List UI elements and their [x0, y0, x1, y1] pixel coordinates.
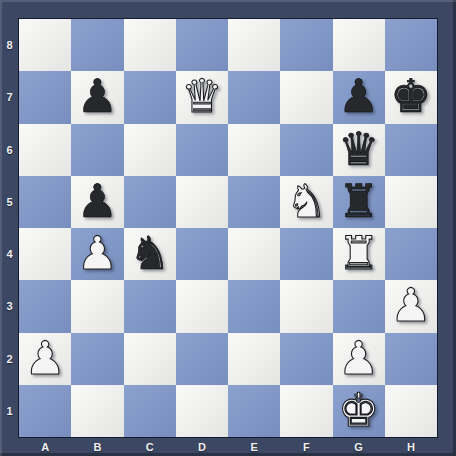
square-g4[interactable]: ♜ [333, 228, 385, 280]
square-e3[interactable] [228, 280, 280, 332]
white-pawn: ♟ [25, 335, 66, 381]
square-g5[interactable]: ♜ [333, 176, 385, 228]
square-c8[interactable] [124, 19, 176, 71]
square-a5[interactable] [19, 176, 71, 228]
chess-board: ♟♛♟♚♛♟♞♜♟♞♜♟♟♟♚ [19, 19, 437, 437]
file-labels: ABCDEFGH [19, 437, 437, 456]
square-h1[interactable] [385, 385, 437, 437]
black-rook: ♜ [338, 178, 379, 224]
square-f4[interactable] [280, 228, 332, 280]
rank-label-5: 5 [0, 176, 19, 228]
black-knight: ♞ [129, 230, 170, 276]
square-e5[interactable] [228, 176, 280, 228]
rank-label-7: 7 [0, 71, 19, 123]
square-h2[interactable] [385, 333, 437, 385]
white-pawn: ♟ [77, 230, 118, 276]
square-d4[interactable] [176, 228, 228, 280]
rank-label-1: 1 [0, 385, 19, 437]
square-e4[interactable] [228, 228, 280, 280]
black-pawn: ♟ [77, 73, 118, 119]
square-b3[interactable] [71, 280, 123, 332]
square-d6[interactable] [176, 124, 228, 176]
square-f5[interactable]: ♞ [280, 176, 332, 228]
square-c2[interactable] [124, 333, 176, 385]
black-pawn: ♟ [77, 178, 118, 224]
white-rook: ♜ [338, 230, 379, 276]
file-label-g: G [333, 437, 385, 456]
rank-label-2: 2 [0, 333, 19, 385]
square-a3[interactable] [19, 280, 71, 332]
square-h7[interactable]: ♚ [385, 71, 437, 123]
square-g6[interactable]: ♛ [333, 124, 385, 176]
square-d1[interactable] [176, 385, 228, 437]
square-e8[interactable] [228, 19, 280, 71]
square-b2[interactable] [71, 333, 123, 385]
square-b7[interactable]: ♟ [71, 71, 123, 123]
file-label-a: A [19, 437, 71, 456]
square-a6[interactable] [19, 124, 71, 176]
square-b6[interactable] [71, 124, 123, 176]
square-d2[interactable] [176, 333, 228, 385]
square-b5[interactable]: ♟ [71, 176, 123, 228]
square-a8[interactable] [19, 19, 71, 71]
square-g2[interactable]: ♟ [333, 333, 385, 385]
square-e2[interactable] [228, 333, 280, 385]
white-queen: ♛ [181, 73, 222, 119]
file-label-h: H [385, 437, 437, 456]
square-c1[interactable] [124, 385, 176, 437]
square-a4[interactable] [19, 228, 71, 280]
square-f7[interactable] [280, 71, 332, 123]
square-d8[interactable] [176, 19, 228, 71]
square-a7[interactable] [19, 71, 71, 123]
square-g1[interactable]: ♚ [333, 385, 385, 437]
white-pawn: ♟ [338, 335, 379, 381]
square-d3[interactable] [176, 280, 228, 332]
square-f2[interactable] [280, 333, 332, 385]
square-g8[interactable] [333, 19, 385, 71]
square-h6[interactable] [385, 124, 437, 176]
rank-label-3: 3 [0, 280, 19, 332]
square-a1[interactable] [19, 385, 71, 437]
square-b8[interactable] [71, 19, 123, 71]
square-f6[interactable] [280, 124, 332, 176]
rank-labels: 87654321 [0, 19, 19, 437]
file-label-e: E [228, 437, 280, 456]
file-label-c: C [124, 437, 176, 456]
white-pawn: ♟ [390, 282, 431, 328]
square-h3[interactable]: ♟ [385, 280, 437, 332]
square-e7[interactable] [228, 71, 280, 123]
square-e6[interactable] [228, 124, 280, 176]
square-d5[interactable] [176, 176, 228, 228]
square-b1[interactable] [71, 385, 123, 437]
white-king: ♚ [338, 387, 379, 433]
square-d7[interactable]: ♛ [176, 71, 228, 123]
square-c4[interactable]: ♞ [124, 228, 176, 280]
rank-label-4: 4 [0, 228, 19, 280]
square-a2[interactable]: ♟ [19, 333, 71, 385]
black-king: ♚ [390, 73, 431, 119]
chess-board-frame: 87654321 ♟♛♟♚♛♟♞♜♟♞♜♟♟♟♚ ABCDEFGH [0, 0, 456, 456]
square-g3[interactable] [333, 280, 385, 332]
square-c6[interactable] [124, 124, 176, 176]
file-label-f: F [280, 437, 332, 456]
square-f8[interactable] [280, 19, 332, 71]
square-c3[interactable] [124, 280, 176, 332]
rank-label-8: 8 [0, 19, 19, 71]
square-g7[interactable]: ♟ [333, 71, 385, 123]
square-f3[interactable] [280, 280, 332, 332]
square-c5[interactable] [124, 176, 176, 228]
square-h8[interactable] [385, 19, 437, 71]
square-e1[interactable] [228, 385, 280, 437]
white-knight: ♞ [286, 178, 327, 224]
file-label-b: B [71, 437, 123, 456]
square-h5[interactable] [385, 176, 437, 228]
file-label-d: D [176, 437, 228, 456]
square-c7[interactable] [124, 71, 176, 123]
rank-label-6: 6 [0, 124, 19, 176]
square-b4[interactable]: ♟ [71, 228, 123, 280]
black-pawn: ♟ [338, 73, 379, 119]
square-f1[interactable] [280, 385, 332, 437]
square-h4[interactable] [385, 228, 437, 280]
black-queen: ♛ [338, 126, 379, 172]
